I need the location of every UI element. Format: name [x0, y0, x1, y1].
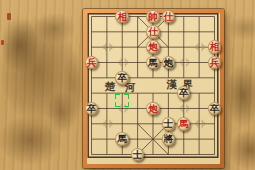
- piece-red-cannon[interactable]: 炮: [146, 102, 160, 116]
- piece-red-horse[interactable]: 馬: [177, 117, 191, 131]
- piece-black-pawn[interactable]: 卒: [85, 102, 99, 116]
- piece-black-advisor[interactable]: 士: [131, 148, 145, 162]
- piece-red-pawn[interactable]: 兵: [208, 56, 222, 70]
- piece-red-pawn[interactable]: 兵: [85, 56, 99, 70]
- piece-red-elephant[interactable]: 相: [208, 40, 222, 54]
- piece-red-elephant[interactable]: 相: [115, 10, 129, 24]
- piece-black-advisor[interactable]: 士: [162, 117, 176, 131]
- piece-black-cannon[interactable]: 炮: [162, 56, 176, 70]
- piece-black-general[interactable]: 將: [162, 132, 176, 146]
- screen: 楚 河 漢 界 相帥仕仕炮相兵馬炮兵卒卒卒炮卒士馬馬將士: [0, 0, 255, 170]
- piece-black-horse[interactable]: 馬: [115, 132, 129, 146]
- piece-black-horse[interactable]: 馬: [146, 56, 160, 70]
- pieces-layer: 相帥仕仕炮相兵馬炮兵卒卒卒炮卒士馬馬將士: [84, 9, 222, 162]
- piece-red-advisor[interactable]: 仕: [162, 10, 176, 24]
- piece-black-pawn[interactable]: 卒: [115, 71, 129, 85]
- piece-black-pawn[interactable]: 卒: [208, 102, 222, 116]
- seal-stamp: [7, 13, 11, 20]
- piece-red-advisor[interactable]: 仕: [146, 25, 160, 39]
- piece-black-pawn[interactable]: 卒: [177, 86, 191, 100]
- piece-red-general[interactable]: 帥: [146, 10, 160, 24]
- seal-stamp: [1, 40, 4, 45]
- piece-red-cannon[interactable]: 炮: [146, 40, 160, 54]
